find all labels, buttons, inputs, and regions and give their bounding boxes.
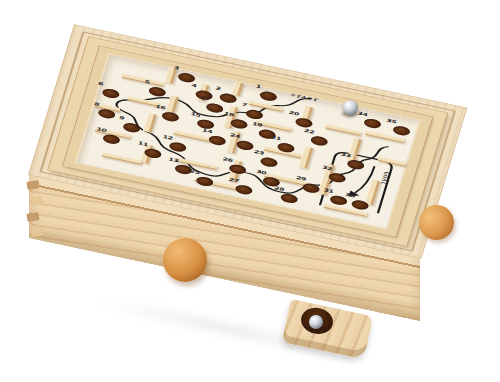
spare-steel-ball[interactable] [309,315,323,329]
steel-ball[interactable] [343,100,358,115]
labyrinth-game-photo: 1234567891011121314151617181920212223242… [0,0,500,382]
front-tilt-knob[interactable] [163,238,207,282]
right-tilt-knob[interactable] [419,205,454,240]
